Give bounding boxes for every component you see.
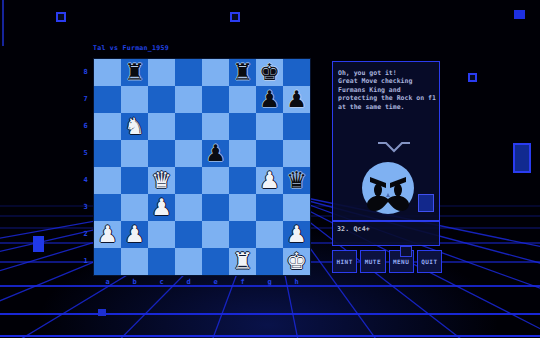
file-label-g: g (256, 278, 283, 287)
file-label-b: b (121, 278, 148, 287)
square-e1[interactable] (202, 248, 229, 275)
square-b5[interactable] (121, 140, 148, 167)
square-h5[interactable] (283, 140, 310, 167)
move-text: 32. Qc4+ (333, 222, 439, 233)
square-b4[interactable] (121, 167, 148, 194)
square-b8[interactable]: ♜ (121, 59, 148, 86)
square-e7[interactable] (202, 86, 229, 113)
neon-square (33, 236, 44, 252)
message-line: Great Move checking (338, 77, 435, 85)
square-h4[interactable]: ♛ (283, 167, 310, 194)
square-g4[interactable]: ♟ (256, 167, 283, 194)
square-f7[interactable] (229, 86, 256, 113)
file-label-c: c (148, 278, 175, 287)
square-a3[interactable] (94, 194, 121, 221)
white-pawn: ♟ (283, 221, 310, 248)
square-a4[interactable] (94, 167, 121, 194)
white-queen: ♛ (148, 167, 175, 194)
rank-label-8: 8 (80, 59, 91, 86)
square-g7[interactable]: ♟ (256, 86, 283, 113)
square-g1[interactable] (256, 248, 283, 275)
square-f1[interactable]: ♜ (229, 248, 256, 275)
rank-label-3: 3 (80, 194, 91, 221)
message-line: at the same time. (338, 103, 435, 111)
square-b6[interactable]: ♞ (121, 113, 148, 140)
square-a8[interactable] (94, 59, 121, 86)
square-a2[interactable]: ♟ (94, 221, 121, 248)
black-pawn: ♟ (256, 86, 283, 113)
square-h1[interactable]: ♚ (283, 248, 310, 275)
square-d2[interactable] (175, 221, 202, 248)
white-rook: ♜ (229, 248, 256, 275)
rank-label-5: 5 (80, 140, 91, 167)
square-h6[interactable] (283, 113, 310, 140)
coach-dialog: Oh, you got it! Great Move checking Furm… (332, 61, 440, 221)
rank-labels: 87654321 (80, 59, 91, 275)
square-c8[interactable] (148, 59, 175, 86)
square-d6[interactable] (175, 113, 202, 140)
square-g6[interactable] (256, 113, 283, 140)
white-knight: ♞ (121, 113, 148, 140)
square-d7[interactable] (175, 86, 202, 113)
square-f2[interactable] (229, 221, 256, 248)
board-grid: ♜♜♚♟♟♞♟♛♟♛♟♟♟♟♜♚ (93, 58, 311, 276)
black-rook: ♜ (121, 59, 148, 86)
square-b3[interactable] (121, 194, 148, 221)
square-b7[interactable] (121, 86, 148, 113)
square-e3[interactable] (202, 194, 229, 221)
square-e4[interactable] (202, 167, 229, 194)
square-h7[interactable]: ♟ (283, 86, 310, 113)
square-c3[interactable]: ♟ (148, 194, 175, 221)
square-d4[interactable] (175, 167, 202, 194)
black-pawn: ♟ (283, 86, 310, 113)
square-g2[interactable] (256, 221, 283, 248)
rank-label-1: 1 (80, 248, 91, 275)
square-d3[interactable] (175, 194, 202, 221)
black-pawn: ♟ (202, 140, 229, 167)
square-c7[interactable] (148, 86, 175, 113)
face-side-button[interactable] (418, 194, 434, 212)
file-label-a: a (94, 278, 121, 287)
square-e8[interactable] (202, 59, 229, 86)
neon-square (98, 309, 106, 316)
square-g5[interactable] (256, 140, 283, 167)
square-b2[interactable]: ♟ (121, 221, 148, 248)
square-f3[interactable] (229, 194, 256, 221)
square-c5[interactable] (148, 140, 175, 167)
black-king: ♚ (256, 59, 283, 86)
square-f8[interactable]: ♜ (229, 59, 256, 86)
rank-label-7: 7 (80, 86, 91, 113)
rank-label-2: 2 (80, 221, 91, 248)
quit-button[interactable]: QUIT (417, 250, 442, 273)
white-pawn: ♟ (94, 221, 121, 248)
square-h8[interactable] (283, 59, 310, 86)
square-c4[interactable]: ♛ (148, 167, 175, 194)
square-e2[interactable] (202, 221, 229, 248)
white-king: ♚ (283, 248, 310, 275)
game-title: Tal vs Furman_1959 (93, 44, 169, 52)
square-e6[interactable] (202, 113, 229, 140)
file-label-h: h (283, 278, 310, 287)
white-pawn: ♟ (148, 194, 175, 221)
black-queen: ♛ (283, 167, 310, 194)
square-a6[interactable] (94, 113, 121, 140)
coach-face-icon (359, 159, 417, 219)
message-line: Furmans King and (338, 86, 435, 94)
square-f4[interactable] (229, 167, 256, 194)
square-f6[interactable] (229, 113, 256, 140)
white-pawn: ♟ (256, 167, 283, 194)
square-g3[interactable] (256, 194, 283, 221)
file-label-f: f (229, 278, 256, 287)
square-g8[interactable]: ♚ (256, 59, 283, 86)
neon-square (56, 12, 66, 22)
black-rook: ♜ (229, 59, 256, 86)
square-h3[interactable] (283, 194, 310, 221)
square-d5[interactable] (175, 140, 202, 167)
neon-square (230, 12, 240, 22)
rank-label-6: 6 (80, 113, 91, 140)
caret-icon (377, 141, 411, 153)
square-d8[interactable] (175, 59, 202, 86)
square-a5[interactable] (94, 140, 121, 167)
file-label-e: e (202, 278, 229, 287)
move-box: 32. Qc4+ (332, 221, 440, 246)
square-f5[interactable] (229, 140, 256, 167)
neon-square (468, 73, 477, 82)
square-c2[interactable] (148, 221, 175, 248)
mini-checkbox[interactable] (400, 246, 412, 257)
button-row: HINT MUTE MENU QUIT (332, 250, 442, 273)
file-label-d: d (175, 278, 202, 287)
message-line: Oh, you got it! (338, 69, 435, 77)
square-e5[interactable]: ♟ (202, 140, 229, 167)
coach-message: Oh, you got it! Great Move checking Furm… (333, 62, 439, 111)
message-line: protecting the Rock on f1 (338, 94, 435, 102)
mute-button[interactable]: MUTE (360, 250, 385, 273)
hint-button[interactable]: HINT (332, 250, 357, 273)
white-pawn: ♟ (121, 221, 148, 248)
square-b1[interactable] (121, 248, 148, 275)
square-a1[interactable] (94, 248, 121, 275)
square-d1[interactable] (175, 248, 202, 275)
neon-panel (513, 143, 531, 173)
square-c1[interactable] (148, 248, 175, 275)
square-h2[interactable]: ♟ (283, 221, 310, 248)
neon-square (514, 10, 525, 19)
square-a7[interactable] (94, 86, 121, 113)
neon-streak (2, 0, 4, 46)
square-c6[interactable] (148, 113, 175, 140)
rank-label-4: 4 (80, 167, 91, 194)
file-labels: abcdefgh (94, 278, 310, 287)
